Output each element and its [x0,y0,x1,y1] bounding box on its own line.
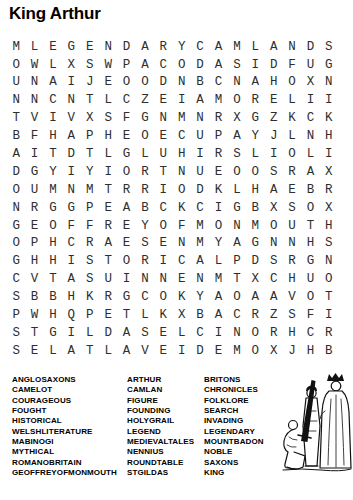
grid-cell-r6c18[interactable]: H [320,127,338,145]
grid-cell-r14c6[interactable]: U [99,271,117,289]
grid-cell-r4c7[interactable]: C [117,92,135,110]
grid-cell-r14c3[interactable]: T [44,271,62,289]
grid-cell-r12c13[interactable]: A [228,235,246,253]
grid-cell-r13c12[interactable]: L [209,253,227,271]
grid-cell-r5c8[interactable]: G [136,110,154,128]
grid-cell-r15c17[interactable]: O [301,288,319,306]
grid-cell-r13c5[interactable]: S [81,253,99,271]
grid-cell-r5c13[interactable]: X [228,110,246,128]
grid-cell-r4c18[interactable]: I [320,92,338,110]
grid-cell-r12c18[interactable]: S [320,235,338,253]
grid-cell-r16c14[interactable]: R [246,306,264,324]
grid-cell-r17c5[interactable]: L [81,324,99,342]
grid-cell-r11c15[interactable]: O [264,217,282,235]
grid-cell-r18c10[interactable]: I [173,342,191,360]
grid-cell-r15c3[interactable]: B [44,288,62,306]
grid-cell-r10c18[interactable]: X [320,199,338,217]
grid-cell-r9c9[interactable]: I [154,181,172,199]
grid-cell-r3c15[interactable]: H [264,74,282,92]
grid-cell-r3c8[interactable]: O [136,74,154,92]
grid-cell-r2c10[interactable]: O [173,56,191,74]
grid-cell-r5c2[interactable]: V [25,110,43,128]
grid-cell-r11c5[interactable]: F [81,217,99,235]
grid-cell-r16c10[interactable]: X [173,306,191,324]
grid-cell-r9c2[interactable]: U [25,181,43,199]
grid-cell-r1c16[interactable]: N [283,38,301,56]
grid-cell-r12c10[interactable]: N [173,235,191,253]
grid-cell-r15c4[interactable]: H [62,288,80,306]
grid-cell-r8c16[interactable]: R [283,163,301,181]
grid-cell-r2c13[interactable]: S [228,56,246,74]
grid-cell-r5c5[interactable]: X [81,110,99,128]
grid-cell-r12c12[interactable]: Y [209,235,227,253]
grid-cell-r13c11[interactable]: A [191,253,209,271]
grid-cell-r2c2[interactable]: W [25,56,43,74]
grid-cell-r14c7[interactable]: I [117,271,135,289]
grid-cell-r8c10[interactable]: N [173,163,191,181]
grid-cell-r14c15[interactable]: C [264,271,282,289]
grid-cell-r14c8[interactable]: N [136,271,154,289]
grid-cell-r8c8[interactable]: R [136,163,154,181]
grid-cell-r16c4[interactable]: Q [62,306,80,324]
grid-cell-r6c8[interactable]: O [136,127,154,145]
grid-cell-r5c18[interactable]: K [320,110,338,128]
grid-cell-r11c8[interactable]: Y [136,217,154,235]
grid-cell-r13c16[interactable]: R [283,253,301,271]
grid-cell-r16c5[interactable]: P [81,306,99,324]
grid-cell-r4c16[interactable]: L [283,92,301,110]
grid-cell-r5c9[interactable]: N [154,110,172,128]
grid-cell-r13c14[interactable]: D [246,253,264,271]
grid-cell-r18c18[interactable]: B [320,342,338,360]
grid-cell-r14c16[interactable]: H [283,271,301,289]
grid-cell-r18c11[interactable]: D [191,342,209,360]
grid-cell-r11c17[interactable]: T [301,217,319,235]
grid-cell-r4c14[interactable]: R [246,92,264,110]
grid-cell-r8c9[interactable]: T [154,163,172,181]
grid-cell-r14c1[interactable]: C [7,271,25,289]
grid-cell-r7c13[interactable]: S [228,145,246,163]
grid-cell-r5c14[interactable]: G [246,110,264,128]
grid-cell-r18c14[interactable]: O [246,342,264,360]
grid-cell-r18c7[interactable]: A [117,342,135,360]
grid-cell-r4c17[interactable]: I [301,92,319,110]
grid-cell-r8c4[interactable]: I [62,163,80,181]
grid-cell-r14c18[interactable]: O [320,271,338,289]
grid-cell-r6c1[interactable]: B [7,127,25,145]
grid-cell-r3c2[interactable]: N [25,74,43,92]
grid-cell-r12c5[interactable]: R [81,235,99,253]
grid-cell-r11c9[interactable]: O [154,217,172,235]
grid-cell-r16c9[interactable]: K [154,306,172,324]
grid-cell-r10c10[interactable]: K [173,199,191,217]
grid-cell-r14c12[interactable]: M [209,271,227,289]
grid-cell-r17c9[interactable]: E [154,324,172,342]
grid-cell-r7c14[interactable]: L [246,145,264,163]
grid-cell-r2c4[interactable]: X [62,56,80,74]
grid-cell-r12c14[interactable]: G [246,235,264,253]
grid-cell-r10c2[interactable]: R [25,199,43,217]
grid-cell-r9c18[interactable]: R [320,181,338,199]
grid-cell-r14c10[interactable]: E [173,271,191,289]
grid-cell-r18c1[interactable]: S [7,342,25,360]
grid-cell-r6c6[interactable]: H [99,127,117,145]
grid-cell-r3c13[interactable]: N [228,74,246,92]
grid-cell-r12c1[interactable]: O [7,235,25,253]
grid-cell-r4c10[interactable]: I [173,92,191,110]
grid-cell-r3c18[interactable]: N [320,74,338,92]
grid-cell-r11c2[interactable]: E [25,217,43,235]
grid-cell-r16c15[interactable]: Z [264,306,282,324]
grid-cell-r12c11[interactable]: M [191,235,209,253]
grid-cell-r16c1[interactable]: P [7,306,25,324]
grid-cell-r4c4[interactable]: N [62,92,80,110]
grid-cell-r16c13[interactable]: C [228,306,246,324]
grid-cell-r18c6[interactable]: L [99,342,117,360]
grid-cell-r14c11[interactable]: N [191,271,209,289]
grid-cell-r1c3[interactable]: E [44,38,62,56]
grid-cell-r11c1[interactable]: G [7,217,25,235]
grid-cell-r2c5[interactable]: S [81,56,99,74]
grid-cell-r9c8[interactable]: R [136,181,154,199]
grid-cell-r10c9[interactable]: C [154,199,172,217]
grid-cell-r9c6[interactable]: T [99,181,117,199]
grid-cell-r14c4[interactable]: A [62,271,80,289]
grid-cell-r1c6[interactable]: N [99,38,117,56]
grid-cell-r18c9[interactable]: E [154,342,172,360]
grid-cell-r3c11[interactable]: B [191,74,209,92]
grid-cell-r1c18[interactable]: S [320,38,338,56]
grid-cell-r6c3[interactable]: H [44,127,62,145]
grid-cell-r17c16[interactable]: H [283,324,301,342]
grid-cell-r10c7[interactable]: A [117,199,135,217]
grid-cell-r17c13[interactable]: N [228,324,246,342]
grid-cell-r4c9[interactable]: E [154,92,172,110]
grid-cell-r3c9[interactable]: D [154,74,172,92]
grid-cell-r7c2[interactable]: I [25,145,43,163]
grid-cell-r18c12[interactable]: E [209,342,227,360]
grid-cell-r6c12[interactable]: P [209,127,227,145]
grid-cell-r12c6[interactable]: A [99,235,117,253]
grid-cell-r13c15[interactable]: S [264,253,282,271]
grid-cell-r2c16[interactable]: F [283,56,301,74]
grid-cell-r12c15[interactable]: N [264,235,282,253]
grid-cell-r1c11[interactable]: C [191,38,209,56]
grid-cell-r5c10[interactable]: M [173,110,191,128]
grid-cell-r8c14[interactable]: O [246,163,264,181]
grid-cell-r9c11[interactable]: D [191,181,209,199]
grid-cell-r18c2[interactable]: E [25,342,43,360]
grid-cell-r13c1[interactable]: G [7,253,25,271]
grid-cell-r15c2[interactable]: B [25,288,43,306]
grid-cell-r3c16[interactable]: O [283,74,301,92]
grid-cell-r1c5[interactable]: E [81,38,99,56]
grid-cell-r10c5[interactable]: P [81,199,99,217]
grid-cell-r17c18[interactable]: R [320,324,338,342]
grid-cell-r12c16[interactable]: N [283,235,301,253]
grid-cell-r1c4[interactable]: G [62,38,80,56]
grid-cell-r3c7[interactable]: O [117,74,135,92]
grid-cell-r14c13[interactable]: T [228,271,246,289]
grid-cell-r10c14[interactable]: B [246,199,264,217]
grid-cell-r10c17[interactable]: O [301,199,319,217]
grid-cell-r5c17[interactable]: C [301,110,319,128]
grid-cell-r9c12[interactable]: K [209,181,227,199]
grid-cell-r16c11[interactable]: B [191,306,209,324]
grid-cell-r7c5[interactable]: T [81,145,99,163]
grid-cell-r1c10[interactable]: Y [173,38,191,56]
grid-cell-r14c17[interactable]: U [301,271,319,289]
grid-cell-r13c13[interactable]: P [228,253,246,271]
grid-cell-r17c8[interactable]: S [136,324,154,342]
grid-cell-r10c8[interactable]: B [136,199,154,217]
grid-cell-r3c10[interactable]: N [173,74,191,92]
grid-cell-r6c17[interactable]: N [301,127,319,145]
grid-cell-r7c11[interactable]: I [191,145,209,163]
grid-cell-r11c6[interactable]: R [99,217,117,235]
grid-cell-r9c13[interactable]: L [228,181,246,199]
grid-cell-r15c10[interactable]: K [173,288,191,306]
grid-cell-r18c13[interactable]: M [228,342,246,360]
grid-cell-r8c2[interactable]: G [25,163,43,181]
grid-cell-r7c12[interactable]: R [209,145,227,163]
grid-cell-r16c16[interactable]: S [283,306,301,324]
grid-cell-r9c7[interactable]: R [117,181,135,199]
grid-cell-r16c12[interactable]: A [209,306,227,324]
grid-cell-r15c16[interactable]: V [283,288,301,306]
grid-cell-r9c15[interactable]: A [264,181,282,199]
grid-cell-r12c9[interactable]: E [154,235,172,253]
grid-cell-r1c13[interactable]: M [228,38,246,56]
grid-cell-r6c5[interactable]: P [81,127,99,145]
grid-cell-r12c2[interactable]: P [25,235,43,253]
grid-cell-r2c18[interactable]: G [320,56,338,74]
grid-cell-r6c11[interactable]: U [191,127,209,145]
grid-cell-r4c2[interactable]: N [25,92,43,110]
grid-cell-r13c4[interactable]: I [62,253,80,271]
grid-cell-r6c10[interactable]: C [173,127,191,145]
grid-cell-r10c6[interactable]: E [99,199,117,217]
grid-cell-r14c9[interactable]: N [154,271,172,289]
grid-cell-r9c1[interactable]: O [7,181,25,199]
grid-cell-r11c16[interactable]: U [283,217,301,235]
grid-cell-r4c6[interactable]: L [99,92,117,110]
grid-cell-r5c6[interactable]: S [99,110,117,128]
grid-cell-r15c9[interactable]: O [154,288,172,306]
grid-cell-r3c4[interactable]: I [62,74,80,92]
grid-cell-r2c3[interactable]: L [44,56,62,74]
grid-cell-r16c7[interactable]: T [117,306,135,324]
grid-cell-r12c17[interactable]: H [301,235,319,253]
grid-cell-r2c7[interactable]: P [117,56,135,74]
grid-cell-r10c11[interactable]: C [191,199,209,217]
grid-cell-r1c9[interactable]: R [154,38,172,56]
grid-cell-r11c11[interactable]: M [191,217,209,235]
grid-cell-r9c16[interactable]: E [283,181,301,199]
grid-cell-r18c4[interactable]: A [62,342,80,360]
grid-cell-r15c13[interactable]: O [228,288,246,306]
grid-cell-r10c3[interactable]: G [44,199,62,217]
grid-cell-r2c6[interactable]: W [99,56,117,74]
grid-cell-r1c2[interactable]: L [25,38,43,56]
grid-cell-r17c6[interactable]: D [99,324,117,342]
grid-cell-r8c12[interactable]: E [209,163,227,181]
grid-cell-r9c10[interactable]: O [173,181,191,199]
grid-cell-r11c4[interactable]: F [62,217,80,235]
grid-cell-r15c7[interactable]: G [117,288,135,306]
grid-cell-r8c6[interactable]: I [99,163,117,181]
grid-cell-r13c10[interactable]: C [173,253,191,271]
grid-cell-r5c16[interactable]: K [283,110,301,128]
grid-cell-r3c6[interactable]: E [99,74,117,92]
grid-cell-r6c2[interactable]: F [25,127,43,145]
grid-cell-r3c1[interactable]: U [7,74,25,92]
grid-cell-r15c11[interactable]: Y [191,288,209,306]
grid-cell-r17c1[interactable]: S [7,324,25,342]
grid-cell-r2c8[interactable]: A [136,56,154,74]
grid-cell-r8c3[interactable]: Y [44,163,62,181]
grid-cell-r7c17[interactable]: L [301,145,319,163]
grid-cell-r12c8[interactable]: S [136,235,154,253]
grid-cell-r1c17[interactable]: D [301,38,319,56]
grid-cell-r4c1[interactable]: N [7,92,25,110]
grid-cell-r14c14[interactable]: X [246,271,264,289]
grid-cell-r1c14[interactable]: L [246,38,264,56]
grid-cell-r17c7[interactable]: A [117,324,135,342]
grid-cell-r18c16[interactable]: J [283,342,301,360]
grid-cell-r6c13[interactable]: A [228,127,246,145]
grid-cell-r9c17[interactable]: B [301,181,319,199]
grid-cell-r11c7[interactable]: E [117,217,135,235]
grid-cell-r5c15[interactable]: Z [264,110,282,128]
grid-cell-r7c1[interactable]: A [7,145,25,163]
grid-cell-r7c6[interactable]: L [99,145,117,163]
grid-cell-r15c15[interactable]: A [264,288,282,306]
grid-cell-r16c8[interactable]: L [136,306,154,324]
grid-cell-r8c13[interactable]: O [228,163,246,181]
grid-cell-r3c3[interactable]: A [44,74,62,92]
grid-cell-r17c17[interactable]: C [301,324,319,342]
grid-cell-r3c12[interactable]: C [209,74,227,92]
grid-cell-r3c14[interactable]: A [246,74,264,92]
grid-cell-r17c10[interactable]: L [173,324,191,342]
grid-cell-r2c14[interactable]: I [246,56,264,74]
grid-cell-r13c7[interactable]: O [117,253,135,271]
grid-cell-r10c12[interactable]: I [209,199,227,217]
grid-cell-r4c15[interactable]: E [264,92,282,110]
grid-cell-r13c17[interactable]: G [301,253,319,271]
grid-cell-r10c1[interactable]: N [7,199,25,217]
grid-cell-r10c15[interactable]: X [264,199,282,217]
grid-cell-r17c4[interactable]: I [62,324,80,342]
grid-cell-r11c14[interactable]: M [246,217,264,235]
grid-cell-r17c2[interactable]: T [25,324,43,342]
grid-cell-r13c6[interactable]: T [99,253,117,271]
grid-cell-r6c16[interactable]: L [283,127,301,145]
grid-cell-r18c5[interactable]: T [81,342,99,360]
grid-cell-r2c1[interactable]: O [7,56,25,74]
grid-cell-r1c1[interactable]: M [7,38,25,56]
grid-cell-r11c3[interactable]: O [44,217,62,235]
grid-cell-r18c8[interactable]: V [136,342,154,360]
grid-cell-r18c3[interactable]: L [44,342,62,360]
grid-cell-r7c16[interactable]: O [283,145,301,163]
grid-cell-r11c10[interactable]: F [173,217,191,235]
grid-cell-r15c12[interactable]: A [209,288,227,306]
grid-cell-r4c5[interactable]: T [81,92,99,110]
grid-cell-r6c9[interactable]: E [154,127,172,145]
grid-cell-r15c14[interactable]: A [246,288,264,306]
grid-cell-r13c9[interactable]: I [154,253,172,271]
grid-cell-r1c12[interactable]: A [209,38,227,56]
grid-cell-r6c14[interactable]: Y [246,127,264,145]
grid-cell-r14c2[interactable]: V [25,271,43,289]
grid-cell-r8c1[interactable]: D [7,163,25,181]
grid-cell-r16c2[interactable]: W [25,306,43,324]
grid-cell-r17c14[interactable]: O [246,324,264,342]
grid-cell-r12c3[interactable]: H [44,235,62,253]
grid-cell-r18c17[interactable]: H [301,342,319,360]
grid-cell-r7c15[interactable]: I [264,145,282,163]
grid-cell-r8c7[interactable]: O [117,163,135,181]
grid-cell-r4c11[interactable]: A [191,92,209,110]
grid-cell-r7c7[interactable]: G [117,145,135,163]
grid-cell-r5c12[interactable]: R [209,110,227,128]
grid-cell-r9c5[interactable]: M [81,181,99,199]
grid-cell-r7c3[interactable]: T [44,145,62,163]
grid-cell-r18c15[interactable]: X [264,342,282,360]
grid-cell-r11c18[interactable]: H [320,217,338,235]
grid-cell-r4c13[interactable]: O [228,92,246,110]
grid-cell-r1c8[interactable]: A [136,38,154,56]
grid-cell-r1c7[interactable]: D [117,38,135,56]
grid-cell-r6c7[interactable]: E [117,127,135,145]
grid-cell-r17c12[interactable]: I [209,324,227,342]
grid-cell-r7c9[interactable]: U [154,145,172,163]
grid-cell-r16c17[interactable]: F [301,306,319,324]
grid-cell-r8c18[interactable]: X [320,163,338,181]
grid-cell-r6c15[interactable]: J [264,127,282,145]
grid-cell-r11c12[interactable]: O [209,217,227,235]
grid-cell-r10c16[interactable]: S [283,199,301,217]
grid-cell-r5c7[interactable]: F [117,110,135,128]
grid-cell-r10c13[interactable]: G [228,199,246,217]
grid-cell-r16c6[interactable]: E [99,306,117,324]
grid-cell-r5c11[interactable]: N [191,110,209,128]
grid-cell-r16c18[interactable]: I [320,306,338,324]
grid-cell-r12c7[interactable]: E [117,235,135,253]
grid-cell-r3c17[interactable]: X [301,74,319,92]
grid-cell-r7c4[interactable]: D [62,145,80,163]
grid-cell-r2c11[interactable]: D [191,56,209,74]
grid-cell-r15c5[interactable]: K [81,288,99,306]
grid-cell-r2c17[interactable]: U [301,56,319,74]
grid-cell-r12c4[interactable]: C [62,235,80,253]
grid-cell-r9c3[interactable]: M [44,181,62,199]
grid-cell-r8c11[interactable]: U [191,163,209,181]
grid-cell-r9c14[interactable]: H [246,181,264,199]
grid-cell-r15c6[interactable]: R [99,288,117,306]
grid-cell-r2c12[interactable]: A [209,56,227,74]
grid-cell-r5c3[interactable]: I [44,110,62,128]
grid-cell-r17c15[interactable]: R [264,324,282,342]
grid-cell-r7c8[interactable]: L [136,145,154,163]
grid-cell-r9c4[interactable]: N [62,181,80,199]
grid-cell-r8c5[interactable]: Y [81,163,99,181]
grid-cell-r2c15[interactable]: D [264,56,282,74]
grid-cell-r4c3[interactable]: C [44,92,62,110]
grid-cell-r4c12[interactable]: M [209,92,227,110]
